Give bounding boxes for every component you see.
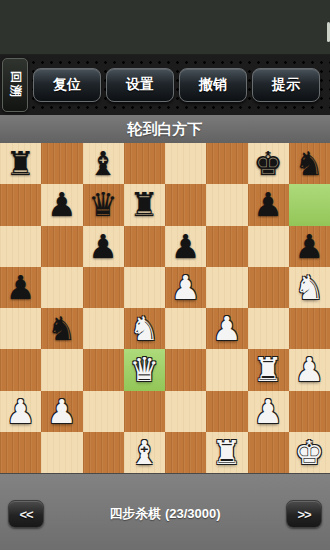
square-c5[interactable] <box>83 267 124 308</box>
square-b1[interactable] <box>41 432 82 473</box>
square-g3[interactable]: ♜ <box>248 349 289 390</box>
black-pawn: ♟ <box>47 188 77 221</box>
square-b4[interactable]: ♞ <box>41 308 82 349</box>
square-f6[interactable] <box>206 226 247 267</box>
square-c2[interactable] <box>83 391 124 432</box>
square-h7[interactable] <box>289 184 330 225</box>
square-a7[interactable] <box>0 184 41 225</box>
square-f3[interactable] <box>206 349 247 390</box>
white-rook: ♜ <box>212 436 242 469</box>
square-b5[interactable] <box>41 267 82 308</box>
square-a4[interactable] <box>0 308 41 349</box>
square-a6[interactable] <box>0 226 41 267</box>
top-panel <box>0 0 330 55</box>
square-g4[interactable] <box>248 308 289 349</box>
white-knight: ♞ <box>130 312 160 345</box>
black-rook: ♜ <box>130 188 160 221</box>
square-b7[interactable]: ♟ <box>41 184 82 225</box>
white-queen: ♛ <box>130 353 160 386</box>
puzzle-progress-label: 四步杀棋 (23/3000) <box>0 500 330 528</box>
black-bishop: ♝ <box>88 147 118 180</box>
square-d6[interactable] <box>124 226 165 267</box>
back-tab-button[interactable]: 回溯 <box>2 58 28 112</box>
white-pawn: ♟ <box>253 395 283 428</box>
square-h5[interactable]: ♞ <box>289 267 330 308</box>
square-g5[interactable] <box>248 267 289 308</box>
square-d2[interactable] <box>124 391 165 432</box>
square-h6[interactable]: ♟ <box>289 226 330 267</box>
white-knight: ♞ <box>295 271 325 304</box>
square-c7[interactable]: ♛ <box>83 184 124 225</box>
square-g6[interactable] <box>248 226 289 267</box>
square-a5[interactable]: ♟ <box>0 267 41 308</box>
black-pawn: ♟ <box>88 230 118 263</box>
chess-app: 回溯 复位 设置 撤销 提示 轮到白方下 ♜♝♚♞♟♛♜♟♟♟♟♟♟♞♞♞♟♛♜… <box>0 0 330 550</box>
next-puzzle-button[interactable]: >> <box>286 500 322 528</box>
square-d7[interactable]: ♜ <box>124 184 165 225</box>
square-c6[interactable]: ♟ <box>83 226 124 267</box>
square-a1[interactable] <box>0 432 41 473</box>
square-a8[interactable]: ♜ <box>0 143 41 184</box>
bottom-bar: << 四步杀棋 (23/3000) >> <box>0 473 330 550</box>
square-e1[interactable] <box>165 432 206 473</box>
square-c3[interactable] <box>83 349 124 390</box>
black-king: ♚ <box>253 147 283 180</box>
square-f7[interactable] <box>206 184 247 225</box>
square-b6[interactable] <box>41 226 82 267</box>
black-pawn: ♟ <box>295 230 325 263</box>
square-f5[interactable] <box>206 267 247 308</box>
square-b3[interactable] <box>41 349 82 390</box>
reset-button[interactable]: 复位 <box>33 68 101 102</box>
settings-button[interactable]: 设置 <box>106 68 174 102</box>
square-e2[interactable] <box>165 391 206 432</box>
square-b8[interactable] <box>41 143 82 184</box>
square-f4[interactable]: ♟ <box>206 308 247 349</box>
square-f2[interactable] <box>206 391 247 432</box>
square-d1[interactable]: ♝ <box>124 432 165 473</box>
square-e8[interactable] <box>165 143 206 184</box>
square-a2[interactable]: ♟ <box>0 391 41 432</box>
square-g7[interactable]: ♟ <box>248 184 289 225</box>
square-c8[interactable]: ♝ <box>83 143 124 184</box>
square-b2[interactable]: ♟ <box>41 391 82 432</box>
square-a3[interactable] <box>0 349 41 390</box>
square-e6[interactable]: ♟ <box>165 226 206 267</box>
black-pawn: ♟ <box>171 230 201 263</box>
turn-status-text: 轮到白方下 <box>0 115 330 143</box>
square-h4[interactable] <box>289 308 330 349</box>
square-c1[interactable] <box>83 432 124 473</box>
white-king: ♚ <box>295 436 325 469</box>
square-h2[interactable] <box>289 391 330 432</box>
toolbar: 回溯 复位 设置 撤销 提示 <box>0 55 330 115</box>
square-d8[interactable] <box>124 143 165 184</box>
square-d5[interactable] <box>124 267 165 308</box>
square-d3[interactable]: ♛ <box>124 349 165 390</box>
black-knight: ♞ <box>47 312 77 345</box>
black-queen: ♛ <box>88 188 118 221</box>
square-e5[interactable]: ♟ <box>165 267 206 308</box>
black-rook: ♜ <box>6 147 36 180</box>
white-pawn: ♟ <box>6 395 36 428</box>
square-e3[interactable] <box>165 349 206 390</box>
square-h8[interactable]: ♞ <box>289 143 330 184</box>
square-e7[interactable] <box>165 184 206 225</box>
hint-button[interactable]: 提示 <box>252 68 320 102</box>
square-g2[interactable]: ♟ <box>248 391 289 432</box>
square-e4[interactable] <box>165 308 206 349</box>
square-g1[interactable] <box>248 432 289 473</box>
white-rook: ♜ <box>253 353 283 386</box>
square-f8[interactable] <box>206 143 247 184</box>
white-bishop: ♝ <box>130 436 160 469</box>
square-h3[interactable]: ♟ <box>289 349 330 390</box>
white-pawn: ♟ <box>295 353 325 386</box>
black-pawn: ♟ <box>253 188 283 221</box>
square-g8[interactable]: ♚ <box>248 143 289 184</box>
black-pawn: ♟ <box>6 271 36 304</box>
square-h1[interactable]: ♚ <box>289 432 330 473</box>
black-knight: ♞ <box>295 147 325 180</box>
chess-board: ♜♝♚♞♟♛♜♟♟♟♟♟♟♞♞♞♟♛♜♟♟♟♟♝♜♚ <box>0 143 330 473</box>
undo-button[interactable]: 撤销 <box>179 68 247 102</box>
white-pawn: ♟ <box>47 395 77 428</box>
white-pawn: ♟ <box>171 271 201 304</box>
square-f1[interactable]: ♜ <box>206 432 247 473</box>
white-pawn: ♟ <box>212 312 242 345</box>
square-d4[interactable]: ♞ <box>124 308 165 349</box>
square-c4[interactable] <box>83 308 124 349</box>
